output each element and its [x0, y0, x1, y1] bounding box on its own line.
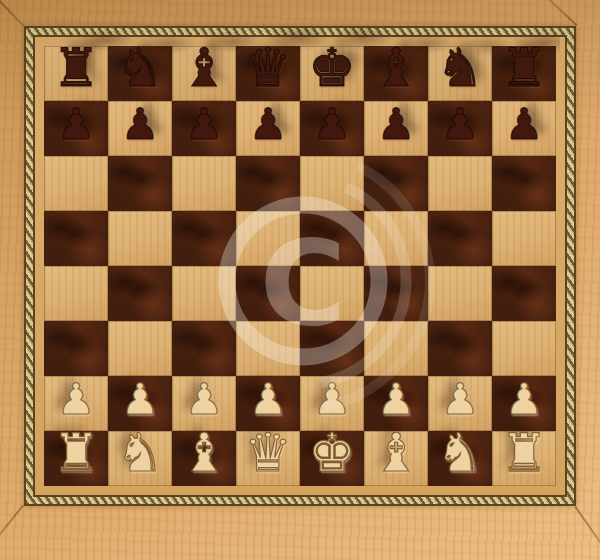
board-margin: ♜♞♝♛♚♝♞♜♟♟♟♟♟♟♟♟♟♟♟♟♟♟♟♟♜♞♝♛♚♝♞♜: [33, 35, 567, 497]
square-b6[interactable]: [108, 156, 172, 211]
piece-black-pawn[interactable]: ♟: [249, 103, 288, 146]
square-b4[interactable]: [108, 266, 172, 321]
square-h6[interactable]: [492, 156, 556, 211]
square-d5[interactable]: [236, 211, 300, 266]
piece-black-pawn[interactable]: ♟: [313, 103, 352, 146]
frame-mitre-seam: [0, 505, 24, 560]
piece-black-pawn[interactable]: ♟: [441, 103, 480, 146]
piece-white-rook[interactable]: ♜: [500, 426, 548, 479]
frame-mitre-seam: [574, 506, 600, 560]
square-a3[interactable]: [44, 321, 108, 376]
piece-white-knight[interactable]: ♞: [116, 426, 164, 479]
square-f5[interactable]: [364, 211, 428, 266]
square-e3[interactable]: [300, 321, 364, 376]
square-b3[interactable]: [108, 321, 172, 376]
square-e7[interactable]: ♟: [300, 101, 364, 156]
square-c3[interactable]: [172, 321, 236, 376]
piece-white-pawn[interactable]: ♟: [121, 378, 160, 421]
piece-black-queen[interactable]: ♛: [244, 41, 292, 94]
square-a5[interactable]: [44, 211, 108, 266]
square-g5[interactable]: [428, 211, 492, 266]
piece-black-pawn[interactable]: ♟: [505, 103, 544, 146]
square-g7[interactable]: ♟: [428, 101, 492, 156]
board-frame: ♜♞♝♛♚♝♞♜♟♟♟♟♟♟♟♟♟♟♟♟♟♟♟♟♜♞♝♛♚♝♞♜ C: [0, 0, 600, 560]
square-f8[interactable]: ♝: [364, 46, 428, 101]
square-g8[interactable]: ♞: [428, 46, 492, 101]
square-b8[interactable]: ♞: [108, 46, 172, 101]
frame-mitre-seam: [528, 0, 578, 26]
square-b5[interactable]: [108, 211, 172, 266]
rope-inlay-border: ♜♞♝♛♚♝♞♜♟♟♟♟♟♟♟♟♟♟♟♟♟♟♟♟♜♞♝♛♚♝♞♜: [24, 26, 576, 506]
square-e5[interactable]: [300, 211, 364, 266]
piece-black-bishop[interactable]: ♝: [180, 41, 228, 94]
piece-white-pawn[interactable]: ♟: [377, 378, 416, 421]
piece-black-pawn[interactable]: ♟: [377, 103, 416, 146]
square-h3[interactable]: [492, 321, 556, 376]
piece-white-pawn[interactable]: ♟: [57, 378, 96, 421]
square-e8[interactable]: ♚: [300, 46, 364, 101]
square-h4[interactable]: [492, 266, 556, 321]
piece-white-queen[interactable]: ♛: [244, 426, 292, 479]
square-d3[interactable]: [236, 321, 300, 376]
square-h1[interactable]: ♜: [492, 431, 556, 486]
piece-white-rook[interactable]: ♜: [52, 426, 100, 479]
square-d8[interactable]: ♛: [236, 46, 300, 101]
square-g3[interactable]: [428, 321, 492, 376]
piece-white-bishop[interactable]: ♝: [180, 426, 228, 479]
square-d1[interactable]: ♛: [236, 431, 300, 486]
square-f7[interactable]: ♟: [364, 101, 428, 156]
piece-black-pawn[interactable]: ♟: [57, 103, 96, 146]
piece-white-pawn[interactable]: ♟: [185, 378, 224, 421]
piece-black-rook[interactable]: ♜: [500, 41, 548, 94]
piece-white-pawn[interactable]: ♟: [505, 378, 544, 421]
square-e4[interactable]: [300, 266, 364, 321]
piece-black-rook[interactable]: ♜: [52, 41, 100, 94]
square-c6[interactable]: [172, 156, 236, 211]
piece-white-pawn[interactable]: ♟: [441, 378, 480, 421]
square-h7[interactable]: ♟: [492, 101, 556, 156]
square-c4[interactable]: [172, 266, 236, 321]
square-a4[interactable]: [44, 266, 108, 321]
piece-black-pawn[interactable]: ♟: [185, 103, 224, 146]
square-f1[interactable]: ♝: [364, 431, 428, 486]
square-c5[interactable]: [172, 211, 236, 266]
square-h8[interactable]: ♜: [492, 46, 556, 101]
square-h5[interactable]: [492, 211, 556, 266]
square-d4[interactable]: [236, 266, 300, 321]
piece-black-king[interactable]: ♚: [308, 41, 356, 94]
piece-white-pawn[interactable]: ♟: [313, 378, 352, 421]
square-c8[interactable]: ♝: [172, 46, 236, 101]
piece-black-knight[interactable]: ♞: [116, 41, 164, 94]
square-g6[interactable]: [428, 156, 492, 211]
square-a8[interactable]: ♜: [44, 46, 108, 101]
square-a6[interactable]: [44, 156, 108, 211]
piece-white-king[interactable]: ♚: [308, 426, 356, 479]
square-c7[interactable]: ♟: [172, 101, 236, 156]
square-b1[interactable]: ♞: [108, 431, 172, 486]
chess-board[interactable]: ♜♞♝♛♚♝♞♜♟♟♟♟♟♟♟♟♟♟♟♟♟♟♟♟♜♞♝♛♚♝♞♜: [44, 46, 556, 486]
square-d6[interactable]: [236, 156, 300, 211]
square-f6[interactable]: [364, 156, 428, 211]
square-b7[interactable]: ♟: [108, 101, 172, 156]
piece-black-pawn[interactable]: ♟: [121, 103, 160, 146]
square-e6[interactable]: [300, 156, 364, 211]
square-a7[interactable]: ♟: [44, 101, 108, 156]
square-g1[interactable]: ♞: [428, 431, 492, 486]
square-f3[interactable]: [364, 321, 428, 376]
square-c1[interactable]: ♝: [172, 431, 236, 486]
piece-black-bishop[interactable]: ♝: [372, 41, 420, 94]
piece-white-pawn[interactable]: ♟: [249, 378, 288, 421]
piece-black-knight[interactable]: ♞: [436, 41, 484, 94]
square-f4[interactable]: [364, 266, 428, 321]
square-a1[interactable]: ♜: [44, 431, 108, 486]
square-d7[interactable]: ♟: [236, 101, 300, 156]
square-e1[interactable]: ♚: [300, 431, 364, 486]
square-g4[interactable]: [428, 266, 492, 321]
piece-white-bishop[interactable]: ♝: [372, 426, 420, 479]
piece-white-knight[interactable]: ♞: [436, 426, 484, 479]
